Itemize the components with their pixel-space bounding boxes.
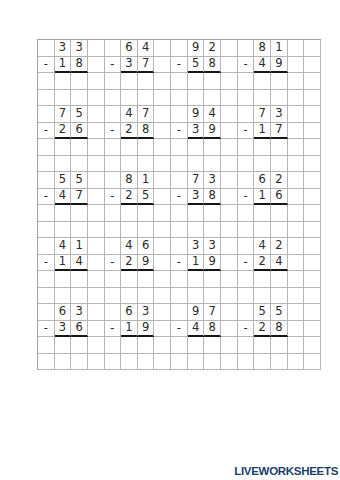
empty-cell bbox=[221, 255, 238, 272]
digit-cell: 4 bbox=[138, 40, 155, 57]
digit-cell: 8 bbox=[204, 321, 221, 338]
minus-cell: - bbox=[105, 255, 122, 272]
answer-cell[interactable] bbox=[55, 337, 72, 354]
empty-cell bbox=[105, 238, 122, 255]
minus-cell: - bbox=[171, 57, 188, 74]
empty-cell bbox=[288, 106, 305, 123]
digit-cell: 3 bbox=[71, 304, 88, 321]
answer-cell[interactable] bbox=[121, 73, 138, 90]
digit-cell: 8 bbox=[71, 57, 88, 74]
minus-cell: - bbox=[105, 189, 122, 206]
answer-cell[interactable] bbox=[71, 337, 88, 354]
empty-cell bbox=[188, 90, 205, 107]
digit-cell: 5 bbox=[71, 172, 88, 189]
empty-cell bbox=[138, 90, 155, 107]
answer-cell[interactable] bbox=[188, 271, 205, 288]
minus-cell: - bbox=[238, 321, 255, 338]
empty-cell bbox=[238, 337, 255, 354]
minus-cell: - bbox=[171, 189, 188, 206]
empty-cell bbox=[304, 288, 321, 305]
empty-cell bbox=[288, 354, 305, 371]
empty-cell bbox=[171, 337, 188, 354]
empty-cell bbox=[121, 90, 138, 107]
empty-cell bbox=[188, 288, 205, 305]
empty-cell bbox=[304, 354, 321, 371]
empty-cell bbox=[88, 189, 105, 206]
empty-cell bbox=[154, 271, 171, 288]
answer-cell[interactable] bbox=[188, 139, 205, 156]
liveworksheets-logo[interactable]: LIVEWORKSHEETS bbox=[221, 465, 338, 477]
answer-cell[interactable] bbox=[55, 139, 72, 156]
empty-cell bbox=[38, 205, 55, 222]
empty-cell bbox=[154, 238, 171, 255]
digit-cell: 5 bbox=[55, 172, 72, 189]
answer-cell[interactable] bbox=[204, 337, 221, 354]
answer-cell[interactable] bbox=[121, 337, 138, 354]
minus-cell: - bbox=[171, 123, 188, 140]
answer-cell[interactable] bbox=[271, 337, 288, 354]
empty-cell bbox=[55, 156, 72, 173]
empty-cell bbox=[105, 139, 122, 156]
empty-cell bbox=[105, 288, 122, 305]
digit-cell: 5 bbox=[188, 57, 205, 74]
digit-cell: 1 bbox=[55, 255, 72, 272]
empty-cell bbox=[221, 123, 238, 140]
digit-cell: 8 bbox=[121, 172, 138, 189]
empty-cell bbox=[154, 40, 171, 57]
digit-cell: 1 bbox=[121, 321, 138, 338]
digit-cell: 8 bbox=[138, 123, 155, 140]
empty-cell bbox=[71, 288, 88, 305]
empty-cell bbox=[271, 156, 288, 173]
answer-cell[interactable] bbox=[71, 205, 88, 222]
empty-cell bbox=[304, 271, 321, 288]
digit-cell: 9 bbox=[204, 123, 221, 140]
minus-cell: - bbox=[238, 57, 255, 74]
empty-cell bbox=[38, 304, 55, 321]
empty-cell bbox=[188, 156, 205, 173]
answer-cell[interactable] bbox=[55, 205, 72, 222]
empty-cell bbox=[88, 337, 105, 354]
empty-cell bbox=[38, 288, 55, 305]
digit-cell: 3 bbox=[71, 40, 88, 57]
empty-cell bbox=[171, 172, 188, 189]
empty-cell bbox=[304, 106, 321, 123]
digit-cell: 1 bbox=[254, 123, 271, 140]
answer-cell[interactable] bbox=[121, 139, 138, 156]
empty-cell bbox=[154, 304, 171, 321]
empty-cell bbox=[221, 106, 238, 123]
empty-cell bbox=[88, 40, 105, 57]
empty-cell bbox=[88, 238, 105, 255]
empty-cell bbox=[138, 354, 155, 371]
empty-cell bbox=[138, 288, 155, 305]
empty-cell bbox=[171, 205, 188, 222]
digit-cell: 7 bbox=[138, 106, 155, 123]
empty-cell bbox=[238, 205, 255, 222]
empty-cell bbox=[221, 337, 238, 354]
digit-cell: 2 bbox=[254, 255, 271, 272]
empty-cell bbox=[88, 205, 105, 222]
empty-cell bbox=[221, 288, 238, 305]
empty-cell bbox=[288, 288, 305, 305]
digit-cell: 6 bbox=[254, 172, 271, 189]
empty-cell bbox=[105, 172, 122, 189]
digit-cell: 6 bbox=[121, 304, 138, 321]
empty-cell bbox=[71, 90, 88, 107]
digit-cell: 9 bbox=[188, 106, 205, 123]
empty-cell bbox=[154, 255, 171, 272]
empty-cell bbox=[38, 172, 55, 189]
empty-cell bbox=[38, 106, 55, 123]
empty-cell bbox=[105, 222, 122, 239]
empty-cell bbox=[304, 156, 321, 173]
empty-cell bbox=[221, 40, 238, 57]
digit-cell: 3 bbox=[121, 57, 138, 74]
empty-cell bbox=[238, 73, 255, 90]
empty-cell bbox=[38, 73, 55, 90]
empty-cell bbox=[238, 40, 255, 57]
digit-cell: 4 bbox=[55, 189, 72, 206]
empty-cell bbox=[154, 321, 171, 338]
empty-cell bbox=[171, 156, 188, 173]
empty-cell bbox=[254, 90, 271, 107]
answer-cell[interactable] bbox=[121, 271, 138, 288]
empty-cell bbox=[171, 73, 188, 90]
digit-cell: 4 bbox=[188, 321, 205, 338]
empty-cell bbox=[304, 139, 321, 156]
empty-cell bbox=[121, 156, 138, 173]
answer-cell[interactable] bbox=[138, 271, 155, 288]
empty-cell bbox=[121, 354, 138, 371]
empty-cell bbox=[221, 73, 238, 90]
empty-cell bbox=[204, 90, 221, 107]
empty-cell bbox=[38, 337, 55, 354]
minus-cell: - bbox=[238, 123, 255, 140]
minus-cell: - bbox=[38, 255, 55, 272]
empty-cell bbox=[288, 321, 305, 338]
empty-cell bbox=[38, 40, 55, 57]
digit-cell: 5 bbox=[138, 189, 155, 206]
digit-cell: 9 bbox=[138, 321, 155, 338]
empty-cell bbox=[188, 354, 205, 371]
empty-cell bbox=[105, 106, 122, 123]
minus-cell: - bbox=[105, 321, 122, 338]
digit-cell: 4 bbox=[121, 106, 138, 123]
answer-cell[interactable] bbox=[254, 271, 271, 288]
empty-cell bbox=[238, 90, 255, 107]
digit-cell: 4 bbox=[254, 238, 271, 255]
empty-cell bbox=[171, 106, 188, 123]
empty-cell bbox=[105, 40, 122, 57]
digit-cell: 7 bbox=[271, 123, 288, 140]
empty-cell bbox=[288, 172, 305, 189]
digit-cell: 1 bbox=[271, 40, 288, 57]
empty-cell bbox=[105, 156, 122, 173]
digit-cell: 2 bbox=[121, 255, 138, 272]
subtraction-grid: 33649281-18-37-58-4975479473-26-28-39-17… bbox=[37, 39, 321, 370]
empty-cell bbox=[221, 321, 238, 338]
digit-cell: 3 bbox=[55, 321, 72, 338]
empty-cell bbox=[254, 156, 271, 173]
answer-cell[interactable] bbox=[254, 139, 271, 156]
digit-cell: 3 bbox=[271, 106, 288, 123]
empty-cell bbox=[288, 222, 305, 239]
empty-cell bbox=[221, 205, 238, 222]
answer-cell[interactable] bbox=[55, 73, 72, 90]
digit-cell: 9 bbox=[188, 304, 205, 321]
empty-cell bbox=[304, 172, 321, 189]
answer-cell[interactable] bbox=[138, 139, 155, 156]
empty-cell bbox=[288, 271, 305, 288]
empty-cell bbox=[171, 222, 188, 239]
empty-cell bbox=[238, 304, 255, 321]
answer-cell[interactable] bbox=[71, 271, 88, 288]
answer-cell[interactable] bbox=[204, 73, 221, 90]
empty-cell bbox=[288, 57, 305, 74]
digit-cell: 6 bbox=[71, 123, 88, 140]
answer-cell[interactable] bbox=[188, 73, 205, 90]
digit-cell: 7 bbox=[71, 189, 88, 206]
empty-cell bbox=[221, 238, 238, 255]
digit-cell: 9 bbox=[188, 40, 205, 57]
empty-cell bbox=[88, 354, 105, 371]
empty-cell bbox=[88, 73, 105, 90]
empty-cell bbox=[154, 172, 171, 189]
digit-cell: 1 bbox=[55, 57, 72, 74]
empty-cell bbox=[271, 90, 288, 107]
digit-cell: 1 bbox=[188, 255, 205, 272]
answer-cell[interactable] bbox=[138, 73, 155, 90]
empty-cell bbox=[88, 172, 105, 189]
empty-cell bbox=[171, 40, 188, 57]
empty-cell bbox=[38, 238, 55, 255]
empty-cell bbox=[55, 90, 72, 107]
minus-cell: - bbox=[38, 123, 55, 140]
digit-cell: 2 bbox=[121, 189, 138, 206]
answer-cell[interactable] bbox=[188, 337, 205, 354]
answer-cell[interactable] bbox=[204, 205, 221, 222]
empty-cell bbox=[171, 304, 188, 321]
empty-cell bbox=[304, 205, 321, 222]
minus-cell: - bbox=[105, 57, 122, 74]
minus-cell: - bbox=[105, 123, 122, 140]
digit-cell: 9 bbox=[138, 255, 155, 272]
empty-cell bbox=[138, 222, 155, 239]
empty-cell bbox=[88, 288, 105, 305]
empty-cell bbox=[154, 90, 171, 107]
empty-cell bbox=[221, 271, 238, 288]
empty-cell bbox=[304, 337, 321, 354]
empty-cell bbox=[105, 337, 122, 354]
empty-cell bbox=[304, 222, 321, 239]
empty-cell bbox=[304, 255, 321, 272]
empty-cell bbox=[304, 73, 321, 90]
empty-cell bbox=[221, 304, 238, 321]
digit-cell: 6 bbox=[121, 40, 138, 57]
digit-cell: 1 bbox=[71, 238, 88, 255]
empty-cell bbox=[55, 288, 72, 305]
empty-cell bbox=[171, 139, 188, 156]
minus-cell: - bbox=[171, 255, 188, 272]
empty-cell bbox=[154, 73, 171, 90]
liveworksheets-bars-icon bbox=[221, 466, 232, 477]
empty-cell bbox=[154, 156, 171, 173]
empty-cell bbox=[88, 271, 105, 288]
empty-cell bbox=[154, 222, 171, 239]
empty-cell bbox=[105, 73, 122, 90]
digit-cell: 8 bbox=[204, 57, 221, 74]
digit-cell: 6 bbox=[71, 321, 88, 338]
answer-cell[interactable] bbox=[254, 337, 271, 354]
answer-cell[interactable] bbox=[271, 73, 288, 90]
empty-cell bbox=[271, 354, 288, 371]
empty-cell bbox=[254, 222, 271, 239]
empty-cell bbox=[238, 139, 255, 156]
empty-cell bbox=[88, 321, 105, 338]
empty-cell bbox=[105, 271, 122, 288]
empty-cell bbox=[154, 189, 171, 206]
digit-cell: 6 bbox=[55, 304, 72, 321]
empty-cell bbox=[288, 139, 305, 156]
digit-cell: 7 bbox=[254, 106, 271, 123]
digit-cell: 7 bbox=[55, 106, 72, 123]
empty-cell bbox=[154, 123, 171, 140]
digit-cell: 3 bbox=[188, 189, 205, 206]
empty-cell bbox=[204, 222, 221, 239]
digit-cell: 8 bbox=[254, 40, 271, 57]
digit-cell: 2 bbox=[121, 123, 138, 140]
empty-cell bbox=[138, 156, 155, 173]
digit-cell: 7 bbox=[204, 304, 221, 321]
empty-cell bbox=[38, 90, 55, 107]
empty-cell bbox=[204, 156, 221, 173]
empty-cell bbox=[171, 238, 188, 255]
answer-cell[interactable] bbox=[121, 205, 138, 222]
empty-cell bbox=[88, 139, 105, 156]
empty-cell bbox=[105, 354, 122, 371]
digit-cell: 2 bbox=[55, 123, 72, 140]
minus-cell: - bbox=[171, 321, 188, 338]
empty-cell bbox=[238, 106, 255, 123]
digit-cell: 3 bbox=[188, 123, 205, 140]
empty-cell bbox=[288, 304, 305, 321]
empty-cell bbox=[238, 156, 255, 173]
digit-cell: 1 bbox=[254, 189, 271, 206]
empty-cell bbox=[304, 40, 321, 57]
empty-cell bbox=[71, 354, 88, 371]
empty-cell bbox=[88, 255, 105, 272]
digit-cell: 4 bbox=[121, 238, 138, 255]
empty-cell bbox=[288, 40, 305, 57]
empty-cell bbox=[154, 288, 171, 305]
empty-cell bbox=[288, 156, 305, 173]
empty-cell bbox=[171, 354, 188, 371]
answer-cell[interactable] bbox=[71, 139, 88, 156]
minus-cell: - bbox=[38, 321, 55, 338]
empty-cell bbox=[304, 189, 321, 206]
empty-cell bbox=[88, 106, 105, 123]
empty-cell bbox=[38, 271, 55, 288]
empty-cell bbox=[38, 354, 55, 371]
empty-cell bbox=[171, 90, 188, 107]
empty-cell bbox=[154, 139, 171, 156]
empty-cell bbox=[38, 139, 55, 156]
answer-cell[interactable] bbox=[271, 139, 288, 156]
digit-cell: 4 bbox=[204, 106, 221, 123]
answer-cell[interactable] bbox=[254, 73, 271, 90]
empty-cell bbox=[88, 222, 105, 239]
empty-cell bbox=[288, 90, 305, 107]
empty-cell bbox=[204, 354, 221, 371]
digit-cell: 3 bbox=[204, 172, 221, 189]
answer-cell[interactable] bbox=[71, 73, 88, 90]
empty-cell bbox=[288, 238, 305, 255]
empty-cell bbox=[71, 222, 88, 239]
empty-cell bbox=[221, 90, 238, 107]
empty-cell bbox=[88, 57, 105, 74]
empty-cell bbox=[304, 57, 321, 74]
digit-cell: 2 bbox=[271, 172, 288, 189]
digit-cell: 7 bbox=[138, 57, 155, 74]
answer-cell[interactable] bbox=[55, 271, 72, 288]
empty-cell bbox=[238, 172, 255, 189]
answer-cell[interactable] bbox=[138, 205, 155, 222]
answer-cell[interactable] bbox=[204, 271, 221, 288]
empty-cell bbox=[221, 172, 238, 189]
empty-cell bbox=[221, 354, 238, 371]
empty-cell bbox=[55, 222, 72, 239]
empty-cell bbox=[238, 288, 255, 305]
empty-cell bbox=[105, 90, 122, 107]
empty-cell bbox=[304, 90, 321, 107]
empty-cell bbox=[88, 123, 105, 140]
empty-cell bbox=[304, 123, 321, 140]
digit-cell: 9 bbox=[271, 57, 288, 74]
digit-cell: 8 bbox=[271, 321, 288, 338]
digit-cell: 6 bbox=[271, 189, 288, 206]
empty-cell bbox=[55, 354, 72, 371]
empty-cell bbox=[221, 57, 238, 74]
empty-cell bbox=[38, 222, 55, 239]
empty-cell bbox=[288, 123, 305, 140]
empty-cell bbox=[254, 354, 271, 371]
minus-cell: - bbox=[238, 255, 255, 272]
empty-cell bbox=[238, 271, 255, 288]
empty-cell bbox=[221, 189, 238, 206]
empty-cell bbox=[154, 57, 171, 74]
answer-cell[interactable] bbox=[188, 205, 205, 222]
digit-cell: 6 bbox=[138, 238, 155, 255]
empty-cell bbox=[271, 288, 288, 305]
empty-cell bbox=[238, 222, 255, 239]
empty-cell bbox=[221, 156, 238, 173]
empty-cell bbox=[238, 354, 255, 371]
digit-cell: 5 bbox=[271, 304, 288, 321]
empty-cell bbox=[271, 222, 288, 239]
empty-cell bbox=[221, 222, 238, 239]
answer-cell[interactable] bbox=[138, 337, 155, 354]
answer-cell[interactable] bbox=[271, 271, 288, 288]
digit-cell: 1 bbox=[138, 172, 155, 189]
answer-cell[interactable] bbox=[254, 205, 271, 222]
answer-cell[interactable] bbox=[204, 139, 221, 156]
empty-cell bbox=[121, 288, 138, 305]
empty-cell bbox=[204, 288, 221, 305]
answer-cell[interactable] bbox=[271, 205, 288, 222]
empty-cell bbox=[288, 255, 305, 272]
digit-cell: 3 bbox=[204, 238, 221, 255]
